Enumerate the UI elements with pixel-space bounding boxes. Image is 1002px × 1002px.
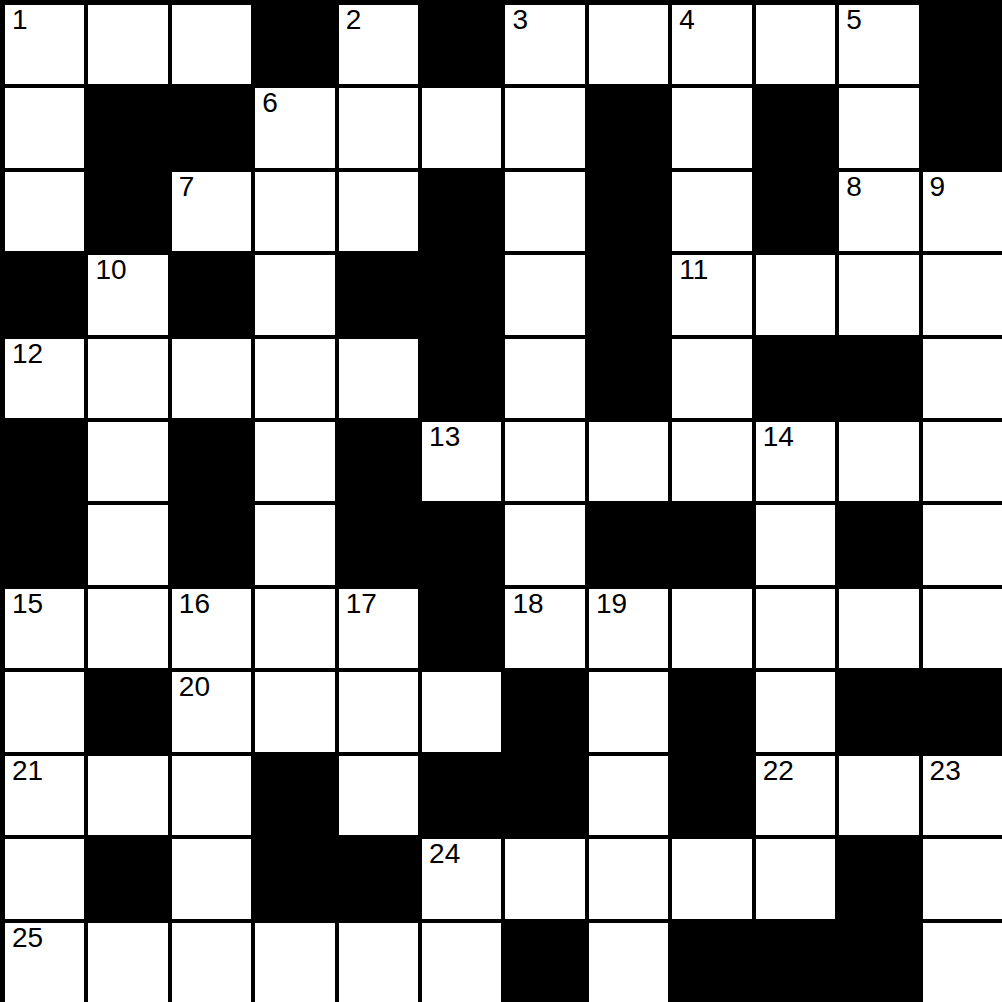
white-cell[interactable] — [923, 505, 1002, 584]
white-cell[interactable] — [756, 839, 835, 918]
clue-number: 10 — [95, 255, 126, 286]
white-cell[interactable] — [839, 422, 918, 501]
white-cell[interactable] — [839, 756, 918, 835]
white-cell[interactable] — [88, 923, 167, 1002]
black-cell — [255, 839, 334, 918]
clue-number: 19 — [596, 589, 627, 620]
white-cell[interactable] — [923, 339, 1002, 418]
white-cell[interactable]: 5 — [839, 5, 918, 84]
black-cell — [172, 505, 251, 584]
black-cell — [339, 255, 418, 334]
black-cell — [756, 172, 835, 251]
white-cell[interactable] — [672, 339, 751, 418]
white-cell[interactable] — [88, 505, 167, 584]
white-cell[interactable] — [88, 339, 167, 418]
black-cell — [672, 672, 751, 751]
black-cell — [839, 839, 918, 918]
white-cell[interactable]: 14 — [756, 422, 835, 501]
white-cell[interactable] — [589, 672, 668, 751]
black-cell — [88, 172, 167, 251]
white-cell[interactable] — [255, 672, 334, 751]
white-cell[interactable] — [172, 839, 251, 918]
black-cell — [589, 172, 668, 251]
clue-number: 20 — [179, 672, 210, 703]
white-cell[interactable] — [839, 255, 918, 334]
black-cell — [923, 672, 1002, 751]
clue-number: 8 — [846, 172, 862, 203]
white-cell[interactable] — [88, 422, 167, 501]
crossword-grid: 1234567891011121314151617181920212223242… — [0, 0, 1002, 1002]
clue-number: 11 — [679, 255, 708, 286]
white-cell[interactable]: 1 — [5, 5, 84, 84]
white-cell[interactable]: 11 — [672, 255, 751, 334]
black-cell — [756, 88, 835, 167]
black-cell — [422, 756, 501, 835]
black-cell — [923, 88, 1002, 167]
black-cell — [422, 589, 501, 668]
clue-number: 2 — [346, 5, 362, 36]
clue-number: 9 — [930, 172, 946, 203]
white-cell[interactable]: 6 — [255, 88, 334, 167]
white-cell[interactable] — [255, 589, 334, 668]
white-cell[interactable] — [172, 756, 251, 835]
white-cell[interactable] — [672, 172, 751, 251]
white-cell[interactable]: 24 — [422, 839, 501, 918]
white-cell[interactable] — [923, 923, 1002, 1002]
white-cell[interactable]: 3 — [505, 5, 584, 84]
black-cell — [88, 839, 167, 918]
clue-number: 12 — [12, 339, 43, 370]
white-cell[interactable] — [505, 422, 584, 501]
black-cell — [339, 839, 418, 918]
white-cell[interactable]: 20 — [172, 672, 251, 751]
clue-number: 24 — [429, 839, 460, 870]
white-cell[interactable] — [422, 88, 501, 167]
black-cell — [255, 5, 334, 84]
white-cell[interactable] — [88, 756, 167, 835]
black-cell — [5, 505, 84, 584]
black-cell — [672, 923, 751, 1002]
white-cell[interactable] — [339, 88, 418, 167]
white-cell[interactable] — [255, 172, 334, 251]
white-cell[interactable]: 13 — [422, 422, 501, 501]
clue-number: 5 — [846, 5, 862, 36]
white-cell[interactable] — [5, 672, 84, 751]
white-cell[interactable] — [505, 505, 584, 584]
black-cell — [589, 339, 668, 418]
clue-number: 17 — [346, 589, 377, 620]
black-cell — [756, 923, 835, 1002]
white-cell[interactable] — [5, 839, 84, 918]
white-cell[interactable]: 4 — [672, 5, 751, 84]
black-cell — [422, 339, 501, 418]
white-cell[interactable] — [756, 505, 835, 584]
clue-number: 3 — [512, 5, 528, 36]
clue-number: 14 — [763, 422, 794, 453]
white-cell[interactable] — [589, 422, 668, 501]
white-cell[interactable] — [255, 255, 334, 334]
white-cell[interactable] — [422, 672, 501, 751]
white-cell[interactable]: 15 — [5, 589, 84, 668]
white-cell[interactable] — [589, 756, 668, 835]
white-cell[interactable] — [172, 339, 251, 418]
white-cell[interactable] — [88, 589, 167, 668]
black-cell — [422, 5, 501, 84]
clue-number: 18 — [512, 589, 543, 620]
clue-number: 15 — [12, 589, 43, 620]
white-cell[interactable] — [339, 923, 418, 1002]
white-cell[interactable]: 22 — [756, 756, 835, 835]
white-cell[interactable]: 16 — [172, 589, 251, 668]
white-cell[interactable]: 7 — [172, 172, 251, 251]
white-cell[interactable] — [672, 88, 751, 167]
white-cell[interactable]: 12 — [5, 339, 84, 418]
white-cell[interactable]: 10 — [88, 255, 167, 334]
white-cell[interactable] — [672, 589, 751, 668]
white-cell[interactable]: 17 — [339, 589, 418, 668]
white-cell[interactable] — [839, 88, 918, 167]
white-cell[interactable] — [756, 5, 835, 84]
black-cell — [422, 505, 501, 584]
black-cell — [422, 172, 501, 251]
black-cell — [505, 756, 584, 835]
white-cell[interactable]: 21 — [5, 756, 84, 835]
white-cell[interactable] — [756, 255, 835, 334]
clue-number: 22 — [763, 756, 794, 787]
white-cell[interactable]: 25 — [5, 923, 84, 1002]
clue-number: 7 — [179, 172, 195, 203]
white-cell[interactable] — [923, 255, 1002, 334]
clue-number: 16 — [179, 589, 210, 620]
white-cell[interactable] — [505, 339, 584, 418]
white-cell[interactable] — [505, 255, 584, 334]
white-cell[interactable] — [923, 422, 1002, 501]
black-cell — [672, 756, 751, 835]
white-cell[interactable] — [88, 5, 167, 84]
black-cell — [255, 756, 334, 835]
white-cell[interactable] — [422, 923, 501, 1002]
white-cell[interactable] — [339, 339, 418, 418]
white-cell[interactable]: 9 — [923, 172, 1002, 251]
black-cell — [5, 255, 84, 334]
white-cell[interactable] — [505, 172, 584, 251]
black-cell — [923, 5, 1002, 84]
black-cell — [172, 255, 251, 334]
black-cell — [422, 255, 501, 334]
white-cell[interactable] — [255, 923, 334, 1002]
white-cell[interactable] — [589, 5, 668, 84]
black-cell — [505, 923, 584, 1002]
black-cell — [172, 422, 251, 501]
clue-number: 23 — [930, 756, 961, 787]
white-cell[interactable] — [589, 923, 668, 1002]
black-cell — [756, 339, 835, 418]
black-cell — [589, 255, 668, 334]
black-cell — [839, 339, 918, 418]
white-cell[interactable] — [923, 589, 1002, 668]
white-cell[interactable] — [339, 756, 418, 835]
white-cell[interactable] — [255, 422, 334, 501]
black-cell — [839, 672, 918, 751]
clue-number: 25 — [12, 923, 43, 954]
white-cell[interactable]: 19 — [589, 589, 668, 668]
black-cell — [505, 672, 584, 751]
white-cell[interactable] — [172, 5, 251, 84]
black-cell — [839, 923, 918, 1002]
white-cell[interactable] — [339, 172, 418, 251]
clue-number: 4 — [679, 5, 695, 36]
black-cell — [88, 88, 167, 167]
clue-number: 13 — [429, 422, 460, 453]
white-cell[interactable] — [505, 839, 584, 918]
white-cell[interactable] — [589, 839, 668, 918]
black-cell — [5, 422, 84, 501]
black-cell — [339, 505, 418, 584]
black-cell — [839, 505, 918, 584]
white-cell[interactable] — [923, 839, 1002, 918]
clue-number: 21 — [12, 756, 43, 787]
clue-number: 6 — [262, 88, 278, 119]
white-cell[interactable] — [5, 88, 84, 167]
white-cell[interactable] — [839, 589, 918, 668]
black-cell — [589, 505, 668, 584]
black-cell — [172, 88, 251, 167]
black-cell — [672, 505, 751, 584]
clue-number: 1 — [12, 5, 28, 36]
white-cell[interactable] — [756, 589, 835, 668]
white-cell[interactable]: 23 — [923, 756, 1002, 835]
white-cell[interactable] — [672, 839, 751, 918]
white-cell[interactable] — [505, 88, 584, 167]
white-cell[interactable] — [672, 422, 751, 501]
white-cell[interactable] — [255, 505, 334, 584]
white-cell[interactable] — [172, 923, 251, 1002]
white-cell[interactable] — [5, 172, 84, 251]
black-cell — [589, 88, 668, 167]
black-cell — [88, 672, 167, 751]
white-cell[interactable] — [255, 339, 334, 418]
white-cell[interactable] — [756, 672, 835, 751]
black-cell — [339, 422, 418, 501]
white-cell[interactable] — [339, 672, 418, 751]
white-cell[interactable]: 18 — [505, 589, 584, 668]
white-cell[interactable]: 8 — [839, 172, 918, 251]
white-cell[interactable]: 2 — [339, 5, 418, 84]
